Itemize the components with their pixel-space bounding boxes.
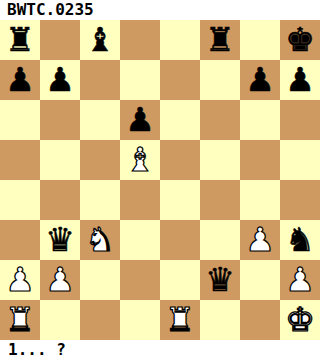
piece-white-pawn: ♟ xyxy=(245,220,275,260)
square-a2[interactable]: ♟ xyxy=(0,260,40,300)
piece-black-rook: ♜ xyxy=(5,20,35,60)
square-d3[interactable] xyxy=(120,220,160,260)
square-a1[interactable]: ♜ xyxy=(0,300,40,340)
square-b5[interactable] xyxy=(40,140,80,180)
square-g6[interactable] xyxy=(240,100,280,140)
square-a8[interactable]: ♜ xyxy=(0,20,40,60)
square-h2[interactable]: ♟ xyxy=(280,260,320,300)
piece-white-knight: ♞ xyxy=(85,220,115,260)
square-a6[interactable] xyxy=(0,100,40,140)
chess-board: ♜♝♜♚♟♟♟♟♟♝♛♞♟♞♟♟♛♟♜♜♚ xyxy=(0,20,320,340)
square-c8[interactable]: ♝ xyxy=(80,20,120,60)
puzzle-title: BWTC.0235 xyxy=(7,0,94,20)
square-c3[interactable]: ♞ xyxy=(80,220,120,260)
move-prompt: 1... ? xyxy=(8,340,66,360)
piece-black-pawn: ♟ xyxy=(125,100,155,140)
square-g4[interactable] xyxy=(240,180,280,220)
piece-black-king: ♚ xyxy=(285,20,315,60)
square-g1[interactable] xyxy=(240,300,280,340)
square-f8[interactable]: ♜ xyxy=(200,20,240,60)
piece-black-bishop: ♝ xyxy=(85,20,115,60)
square-e8[interactable] xyxy=(160,20,200,60)
square-e4[interactable] xyxy=(160,180,200,220)
square-f6[interactable] xyxy=(200,100,240,140)
square-f4[interactable] xyxy=(200,180,240,220)
square-c7[interactable] xyxy=(80,60,120,100)
square-e3[interactable] xyxy=(160,220,200,260)
piece-white-pawn: ♟ xyxy=(5,260,35,300)
square-f3[interactable] xyxy=(200,220,240,260)
piece-black-queen: ♛ xyxy=(205,260,235,300)
piece-white-bishop: ♝ xyxy=(125,140,155,180)
square-d7[interactable] xyxy=(120,60,160,100)
square-d5[interactable]: ♝ xyxy=(120,140,160,180)
piece-black-pawn: ♟ xyxy=(245,60,275,100)
square-a7[interactable]: ♟ xyxy=(0,60,40,100)
square-a3[interactable] xyxy=(0,220,40,260)
square-c4[interactable] xyxy=(80,180,120,220)
square-b6[interactable] xyxy=(40,100,80,140)
square-c2[interactable] xyxy=(80,260,120,300)
piece-white-pawn: ♟ xyxy=(45,260,75,300)
square-h7[interactable]: ♟ xyxy=(280,60,320,100)
square-b2[interactable]: ♟ xyxy=(40,260,80,300)
square-f5[interactable] xyxy=(200,140,240,180)
piece-black-pawn: ♟ xyxy=(285,60,315,100)
square-a5[interactable] xyxy=(0,140,40,180)
square-e6[interactable] xyxy=(160,100,200,140)
square-d6[interactable]: ♟ xyxy=(120,100,160,140)
square-h4[interactable] xyxy=(280,180,320,220)
piece-black-pawn: ♟ xyxy=(45,60,75,100)
square-d2[interactable] xyxy=(120,260,160,300)
square-g5[interactable] xyxy=(240,140,280,180)
square-c5[interactable] xyxy=(80,140,120,180)
header: BWTC.0235 xyxy=(0,0,320,20)
square-h6[interactable] xyxy=(280,100,320,140)
square-h1[interactable]: ♚ xyxy=(280,300,320,340)
piece-white-rook: ♜ xyxy=(165,300,195,340)
piece-black-pawn: ♟ xyxy=(5,60,35,100)
square-b3[interactable]: ♛ xyxy=(40,220,80,260)
piece-black-rook: ♜ xyxy=(205,20,235,60)
square-d1[interactable] xyxy=(120,300,160,340)
piece-white-king: ♚ xyxy=(285,300,315,340)
square-b8[interactable] xyxy=(40,20,80,60)
footer: 1... ? xyxy=(0,340,320,360)
square-h3[interactable]: ♞ xyxy=(280,220,320,260)
square-e1[interactable]: ♜ xyxy=(160,300,200,340)
square-e2[interactable] xyxy=(160,260,200,300)
square-a4[interactable] xyxy=(0,180,40,220)
square-c1[interactable] xyxy=(80,300,120,340)
square-d8[interactable] xyxy=(120,20,160,60)
piece-white-pawn: ♟ xyxy=(285,260,315,300)
square-h8[interactable]: ♚ xyxy=(280,20,320,60)
square-h5[interactable] xyxy=(280,140,320,180)
square-e5[interactable] xyxy=(160,140,200,180)
piece-black-queen: ♛ xyxy=(45,220,75,260)
square-c6[interactable] xyxy=(80,100,120,140)
square-g8[interactable] xyxy=(240,20,280,60)
piece-white-rook: ♜ xyxy=(5,300,35,340)
square-f2[interactable]: ♛ xyxy=(200,260,240,300)
square-f1[interactable] xyxy=(200,300,240,340)
square-g3[interactable]: ♟ xyxy=(240,220,280,260)
square-g2[interactable] xyxy=(240,260,280,300)
square-e7[interactable] xyxy=(160,60,200,100)
square-g7[interactable]: ♟ xyxy=(240,60,280,100)
square-d4[interactable] xyxy=(120,180,160,220)
piece-black-knight: ♞ xyxy=(285,220,315,260)
square-b7[interactable]: ♟ xyxy=(40,60,80,100)
square-b4[interactable] xyxy=(40,180,80,220)
square-b1[interactable] xyxy=(40,300,80,340)
square-f7[interactable] xyxy=(200,60,240,100)
